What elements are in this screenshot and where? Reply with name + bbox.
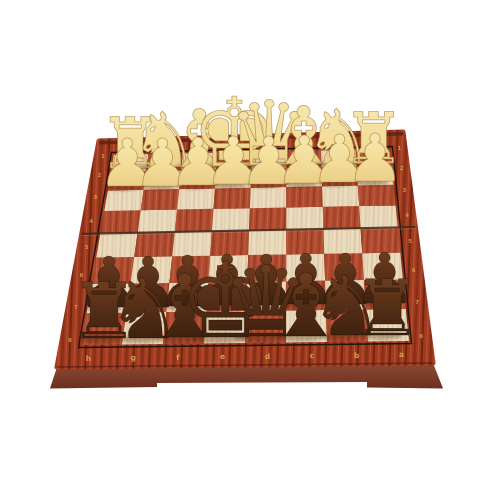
rank-label-right-4: 4	[405, 212, 409, 218]
piece-white-pawn-a2: ♟	[345, 120, 404, 197]
chess-set-product-photo: hgfedcba8877665544332211♜♞♝♚♛♝♞♜♟♟♟♟♟♟♟♟…	[0, 0, 500, 500]
square-e4	[212, 208, 250, 231]
square-d4	[249, 208, 286, 231]
square-g4	[138, 210, 178, 233]
piece-black-rook-a8: ♜	[353, 264, 422, 353]
square-b4	[323, 206, 361, 229]
square-c4	[286, 207, 323, 230]
square-f4	[175, 209, 214, 232]
square-h4	[100, 210, 140, 233]
square-a4	[359, 205, 398, 228]
rank-label-left-4: 4	[89, 218, 93, 224]
chessboard-svg: hgfedcba8877665544332211♜♞♝♚♛♝♞♜♟♟♟♟♟♟♟♟…	[0, 0, 500, 500]
